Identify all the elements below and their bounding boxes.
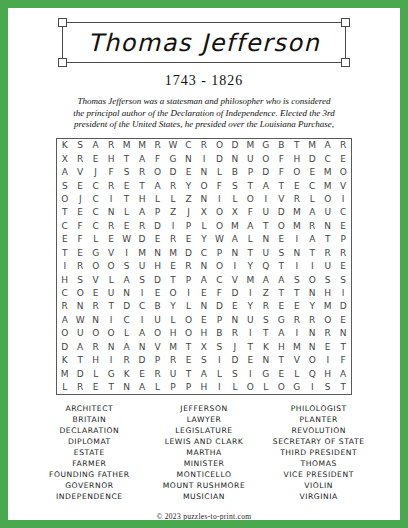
grid-cell-r8c7[interactable]: E [150, 233, 165, 246]
grid-cell-r5c6[interactable]: H [134, 192, 149, 205]
grid-cell-r10c4[interactable]: O [103, 259, 118, 272]
grid-cell-r5c12[interactable]: L [227, 192, 242, 205]
grid-cell-r4c2[interactable]: E [72, 179, 87, 192]
grid-cell-r9c10[interactable]: C [196, 246, 211, 259]
grid-cell-r4c7[interactable]: A [150, 179, 165, 192]
grid-cell-r2c11[interactable]: D [212, 152, 227, 165]
grid-cell-r16c2[interactable]: A [72, 340, 87, 353]
grid-cell-r16c1[interactable]: D [57, 340, 72, 353]
grid-cell-r13c5[interactable]: D [119, 300, 134, 313]
grid-cell-r17c3[interactable]: H [88, 354, 103, 367]
grid-cell-r13c4[interactable]: T [103, 300, 118, 313]
grid-cell-r10c16[interactable]: I [289, 259, 304, 272]
grid-cell-r18c15[interactable]: E [274, 367, 289, 380]
grid-cell-r13c7[interactable]: B [150, 300, 165, 313]
grid-cell-r2c4[interactable]: H [103, 152, 118, 165]
grid-cell-r13c15[interactable]: E [274, 300, 289, 313]
grid-cell-r15c18[interactable]: R [320, 327, 335, 340]
grid-cell-r14c5[interactable]: C [119, 313, 134, 326]
grid-cell-r10c6[interactable]: U [134, 259, 149, 272]
grid-cell-r14c18[interactable]: O [320, 313, 335, 326]
grid-cell-r7c12[interactable]: M [227, 219, 242, 232]
grid-cell-r14c16[interactable]: R [289, 313, 304, 326]
grid-cell-r11c11[interactable]: C [212, 273, 227, 286]
grid-cell-r17c11[interactable]: I [212, 354, 227, 367]
grid-cell-r8c5[interactable]: W [119, 233, 134, 246]
grid-cell-r2c19[interactable]: E [335, 152, 350, 165]
grid-cell-r14c8[interactable]: L [165, 313, 180, 326]
grid-cell-r15c2[interactable]: U [72, 327, 87, 340]
grid-cell-r6c3[interactable]: C [88, 206, 103, 219]
grid-cell-r12c8[interactable]: O [165, 286, 180, 299]
grid-cell-r12c11[interactable]: F [212, 286, 227, 299]
grid-cell-r12c12[interactable]: D [227, 286, 242, 299]
grid-cell-r16c3[interactable]: R [88, 340, 103, 353]
grid-cell-r2c16[interactable]: H [289, 152, 304, 165]
grid-cell-r8c18[interactable]: T [320, 233, 335, 246]
grid-cell-r6c9[interactable]: J [181, 206, 196, 219]
grid-cell-r13c18[interactable]: M [320, 300, 335, 313]
grid-cell-r12c15[interactable]: T [274, 286, 289, 299]
grid-cell-r7c10[interactable]: L [196, 219, 211, 232]
grid-cell-r15c8[interactable]: H [165, 327, 180, 340]
grid-cell-r4c10[interactable]: O [196, 179, 211, 192]
grid-cell-r18c18[interactable]: H [320, 367, 335, 380]
grid-cell-r3c6[interactable]: R [134, 165, 149, 178]
grid-cell-r15c12[interactable]: R [227, 327, 242, 340]
grid-cell-r11c1[interactable]: H [57, 273, 72, 286]
grid-cell-r14c4[interactable]: I [103, 313, 118, 326]
grid-cell-r6c8[interactable]: Z [165, 206, 180, 219]
grid-cell-r8c3[interactable]: L [88, 233, 103, 246]
grid-cell-r15c7[interactable]: O [150, 327, 165, 340]
grid-cell-r18c7[interactable]: R [150, 367, 165, 380]
grid-cell-r1c8[interactable]: W [165, 139, 180, 152]
grid-cell-r19c15[interactable]: O [274, 380, 289, 393]
grid-cell-r11c18[interactable]: S [320, 273, 335, 286]
grid-cell-r8c15[interactable]: E [274, 233, 289, 246]
grid-cell-r6c2[interactable]: E [72, 206, 87, 219]
grid-cell-r7c4[interactable]: R [103, 219, 118, 232]
grid-cell-r10c12[interactable]: I [227, 259, 242, 272]
grid-cell-r1c4[interactable]: R [103, 139, 118, 152]
grid-cell-r19c12[interactable]: L [227, 380, 242, 393]
grid-cell-r17c14[interactable]: N [258, 354, 273, 367]
grid-cell-r6c11[interactable]: O [212, 206, 227, 219]
grid-cell-r7c2[interactable]: F [72, 219, 87, 232]
grid-cell-r16c9[interactable]: T [181, 340, 196, 353]
grid-cell-r5c18[interactable]: O [320, 192, 335, 205]
grid-cell-r14c2[interactable]: W [72, 313, 87, 326]
grid-cell-r16c8[interactable]: M [165, 340, 180, 353]
grid-cell-r3c2[interactable]: V [72, 165, 87, 178]
grid-cell-r11c3[interactable]: V [88, 273, 103, 286]
grid-cell-r19c13[interactable]: O [243, 380, 258, 393]
grid-cell-r7c3[interactable]: C [88, 219, 103, 232]
grid-cell-r8c1[interactable]: E [57, 233, 72, 246]
grid-cell-r16c11[interactable]: S [212, 340, 227, 353]
grid-cell-r15c19[interactable]: N [335, 327, 350, 340]
grid-cell-r5c11[interactable]: I [212, 192, 227, 205]
grid-cell-r15c5[interactable]: L [119, 327, 134, 340]
grid-cell-r16c6[interactable]: N [134, 340, 149, 353]
grid-cell-r3c14[interactable]: D [258, 165, 273, 178]
grid-cell-r7c6[interactable]: R [134, 219, 149, 232]
grid-cell-r2c15[interactable]: F [274, 152, 289, 165]
grid-cell-r3c15[interactable]: F [274, 165, 289, 178]
grid-cell-r1c14[interactable]: G [258, 139, 273, 152]
grid-cell-r4c5[interactable]: E [119, 179, 134, 192]
grid-cell-r17c19[interactable]: F [335, 354, 350, 367]
grid-cell-r14c10[interactable]: E [196, 313, 211, 326]
grid-cell-r14c11[interactable]: P [212, 313, 227, 326]
grid-cell-r19c11[interactable]: I [212, 380, 227, 393]
grid-cell-r13c12[interactable]: E [227, 300, 242, 313]
grid-cell-r10c9[interactable]: R [181, 259, 196, 272]
grid-cell-r4c17[interactable]: C [305, 179, 320, 192]
grid-cell-r14c13[interactable]: U [243, 313, 258, 326]
grid-cell-r9c18[interactable]: R [320, 246, 335, 259]
grid-cell-r11c15[interactable]: A [274, 273, 289, 286]
grid-cell-r14c12[interactable]: N [227, 313, 242, 326]
grid-cell-r6c7[interactable]: P [150, 206, 165, 219]
grid-cell-r2c7[interactable]: F [150, 152, 165, 165]
grid-cell-r13c6[interactable]: C [134, 300, 149, 313]
grid-cell-r8c4[interactable]: E [103, 233, 118, 246]
grid-cell-r9c15[interactable]: S [274, 246, 289, 259]
grid-cell-r17c15[interactable]: T [274, 354, 289, 367]
grid-cell-r9c9[interactable]: D [181, 246, 196, 259]
grid-cell-r9c12[interactable]: N [227, 246, 242, 259]
grid-cell-r8c2[interactable]: F [72, 233, 87, 246]
grid-cell-r19c18[interactable]: S [320, 380, 335, 393]
grid-cell-r17c4[interactable]: I [103, 354, 118, 367]
grid-cell-r10c14[interactable]: Q [258, 259, 273, 272]
grid-cell-r12c7[interactable]: E [150, 286, 165, 299]
grid-cell-r5c17[interactable]: L [305, 192, 320, 205]
grid-cell-r16c5[interactable]: A [119, 340, 134, 353]
grid-cell-r19c9[interactable]: P [181, 380, 196, 393]
grid-cell-r17c7[interactable]: P [150, 354, 165, 367]
grid-cell-r15c6[interactable]: A [134, 327, 149, 340]
grid-cell-r1c17[interactable]: M [305, 139, 320, 152]
grid-cell-r19c10[interactable]: H [196, 380, 211, 393]
grid-cell-r14c19[interactable]: E [335, 313, 350, 326]
grid-cell-r5c9[interactable]: Z [181, 192, 196, 205]
grid-cell-r18c3[interactable]: L [88, 367, 103, 380]
grid-cell-r3c17[interactable]: E [305, 165, 320, 178]
grid-cell-r19c16[interactable]: G [289, 380, 304, 393]
grid-cell-r13c8[interactable]: Y [165, 300, 180, 313]
grid-cell-r3c4[interactable]: F [103, 165, 118, 178]
grid-cell-r9c11[interactable]: P [212, 246, 227, 259]
grid-cell-r4c19[interactable]: V [335, 179, 350, 192]
grid-cell-r2c17[interactable]: D [305, 152, 320, 165]
grid-cell-r4c16[interactable]: E [289, 179, 304, 192]
grid-cell-r2c8[interactable]: G [165, 152, 180, 165]
grid-cell-r14c14[interactable]: S [258, 313, 273, 326]
grid-cell-r9c3[interactable]: G [88, 246, 103, 259]
grid-cell-r18c8[interactable]: U [165, 367, 180, 380]
grid-cell-r1c10[interactable]: R [196, 139, 211, 152]
grid-cell-r11c14[interactable]: A [258, 273, 273, 286]
grid-cell-r9c17[interactable]: T [305, 246, 320, 259]
grid-cell-r3c7[interactable]: O [150, 165, 165, 178]
grid-cell-r14c1[interactable]: A [57, 313, 72, 326]
grid-cell-r4c1[interactable]: S [57, 179, 72, 192]
grid-cell-r8c11[interactable]: W [212, 233, 227, 246]
grid-cell-r6c4[interactable]: N [103, 206, 118, 219]
grid-cell-r8c19[interactable]: P [335, 233, 350, 246]
grid-cell-r4c11[interactable]: F [212, 179, 227, 192]
grid-cell-r4c18[interactable]: M [320, 179, 335, 192]
grid-cell-r5c4[interactable]: I [103, 192, 118, 205]
grid-cell-r10c11[interactable]: O [212, 259, 227, 272]
grid-cell-r12c13[interactable]: I [243, 286, 258, 299]
grid-cell-r18c1[interactable]: M [57, 367, 72, 380]
grid-cell-r4c3[interactable]: C [88, 179, 103, 192]
grid-cell-r10c8[interactable]: E [165, 259, 180, 272]
grid-cell-r19c17[interactable]: I [305, 380, 320, 393]
grid-cell-r8c10[interactable]: Y [196, 233, 211, 246]
grid-cell-r9c16[interactable]: N [289, 246, 304, 259]
grid-cell-r16c7[interactable]: V [150, 340, 165, 353]
grid-cell-r10c3[interactable]: O [88, 259, 103, 272]
grid-cell-r17c9[interactable]: E [181, 354, 196, 367]
grid-cell-r6c13[interactable]: F [243, 206, 258, 219]
grid-cell-r19c7[interactable]: L [150, 380, 165, 393]
grid-cell-r3c3[interactable]: J [88, 165, 103, 178]
grid-cell-r1c11[interactable]: O [212, 139, 227, 152]
grid-cell-r2c9[interactable]: N [181, 152, 196, 165]
grid-cell-r4c4[interactable]: R [103, 179, 118, 192]
grid-cell-r7c16[interactable]: M [289, 219, 304, 232]
grid-cell-r4c15[interactable]: T [274, 179, 289, 192]
grid-cell-r13c2[interactable]: N [72, 300, 87, 313]
grid-cell-r12c16[interactable]: T [289, 286, 304, 299]
grid-cell-r9c7[interactable]: N [150, 246, 165, 259]
grid-cell-r14c17[interactable]: R [305, 313, 320, 326]
grid-cell-r10c1[interactable]: I [57, 259, 72, 272]
grid-cell-r16c4[interactable]: N [103, 340, 118, 353]
grid-cell-r17c18[interactable]: I [320, 354, 335, 367]
grid-cell-r15c16[interactable]: I [289, 327, 304, 340]
grid-cell-r19c2[interactable]: R [72, 380, 87, 393]
grid-cell-r12c10[interactable]: E [196, 286, 211, 299]
grid-cell-r16c10[interactable]: X [196, 340, 211, 353]
grid-cell-r5c7[interactable]: L [150, 192, 165, 205]
grid-cell-r8c8[interactable]: R [165, 233, 180, 246]
grid-cell-r6c5[interactable]: L [119, 206, 134, 219]
grid-cell-r11c16[interactable]: S [289, 273, 304, 286]
grid-cell-r1c12[interactable]: D [227, 139, 242, 152]
grid-cell-r11c17[interactable]: O [305, 273, 320, 286]
grid-cell-r12c6[interactable]: I [134, 286, 149, 299]
grid-cell-r13c9[interactable]: L [181, 300, 196, 313]
grid-cell-r9c6[interactable]: M [134, 246, 149, 259]
grid-cell-r17c10[interactable]: S [196, 354, 211, 367]
grid-cell-r16c16[interactable]: M [289, 340, 304, 353]
grid-cell-r19c14[interactable]: L [258, 380, 273, 393]
grid-cell-r15c17[interactable]: N [305, 327, 320, 340]
grid-cell-r12c14[interactable]: Z [258, 286, 273, 299]
grid-cell-r18c6[interactable]: E [134, 367, 149, 380]
grid-cell-r7c11[interactable]: O [212, 219, 227, 232]
grid-cell-r18c14[interactable]: G [258, 367, 273, 380]
grid-cell-r13c19[interactable]: D [335, 300, 350, 313]
grid-cell-r4c13[interactable]: T [243, 179, 258, 192]
grid-cell-r1c7[interactable]: R [150, 139, 165, 152]
grid-cell-r19c4[interactable]: T [103, 380, 118, 393]
grid-cell-r12c5[interactable]: N [119, 286, 134, 299]
grid-cell-r6c19[interactable]: C [335, 206, 350, 219]
grid-cell-r17c8[interactable]: R [165, 354, 180, 367]
grid-cell-r15c11[interactable]: B [212, 327, 227, 340]
grid-cell-r6c14[interactable]: U [258, 206, 273, 219]
grid-cell-r6c18[interactable]: U [320, 206, 335, 219]
grid-cell-r3c1[interactable]: A [57, 165, 72, 178]
grid-cell-r11c19[interactable]: S [335, 273, 350, 286]
grid-cell-r8c6[interactable]: D [134, 233, 149, 246]
grid-cell-r19c3[interactable]: E [88, 380, 103, 393]
grid-cell-r5c3[interactable]: C [88, 192, 103, 205]
grid-cell-r9c19[interactable]: R [335, 246, 350, 259]
grid-cell-r18c12[interactable]: S [227, 367, 242, 380]
grid-cell-r15c4[interactable]: O [103, 327, 118, 340]
grid-cell-r7c5[interactable]: E [119, 219, 134, 232]
grid-cell-r15c13[interactable]: I [243, 327, 258, 340]
grid-cell-r16c14[interactable]: K [258, 340, 273, 353]
grid-cell-r3c16[interactable]: O [289, 165, 304, 178]
grid-cell-r3c10[interactable]: N [196, 165, 211, 178]
grid-cell-r9c2[interactable]: E [72, 246, 87, 259]
grid-cell-r7c15[interactable]: O [274, 219, 289, 232]
grid-cell-r17c2[interactable]: T [72, 354, 87, 367]
grid-cell-r7c18[interactable]: N [320, 219, 335, 232]
grid-cell-r6c6[interactable]: A [134, 206, 149, 219]
grid-cell-r2c3[interactable]: E [88, 152, 103, 165]
grid-cell-r7c17[interactable]: R [305, 219, 320, 232]
grid-cell-r1c9[interactable]: C [181, 139, 196, 152]
grid-cell-r1c15[interactable]: B [274, 139, 289, 152]
grid-cell-r2c5[interactable]: T [119, 152, 134, 165]
grid-cell-r19c19[interactable]: T [335, 380, 350, 393]
grid-cell-r17c16[interactable]: V [289, 354, 304, 367]
grid-cell-r15c14[interactable]: T [258, 327, 273, 340]
grid-cell-r13c11[interactable]: D [212, 300, 227, 313]
grid-cell-r5c8[interactable]: L [165, 192, 180, 205]
grid-cell-r16c12[interactable]: J [227, 340, 242, 353]
grid-cell-r1c5[interactable]: M [119, 139, 134, 152]
grid-cell-r10c10[interactable]: N [196, 259, 211, 272]
grid-cell-r9c5[interactable]: I [119, 246, 134, 259]
grid-cell-r18c5[interactable]: K [119, 367, 134, 380]
grid-cell-r10c17[interactable]: I [305, 259, 320, 272]
grid-cell-r9c4[interactable]: V [103, 246, 118, 259]
grid-cell-r12c18[interactable]: H [320, 286, 335, 299]
grid-cell-r2c10[interactable]: I [196, 152, 211, 165]
grid-cell-r5c15[interactable]: V [274, 192, 289, 205]
grid-cell-r6c15[interactable]: D [274, 206, 289, 219]
grid-cell-r11c4[interactable]: L [103, 273, 118, 286]
grid-cell-r18c17[interactable]: Q [305, 367, 320, 380]
grid-cell-r5c16[interactable]: R [289, 192, 304, 205]
grid-cell-r18c9[interactable]: T [181, 367, 196, 380]
grid-cell-r14c6[interactable]: I [134, 313, 149, 326]
grid-cell-r12c2[interactable]: O [72, 286, 87, 299]
grid-cell-r9c1[interactable]: T [57, 246, 72, 259]
grid-cell-r19c1[interactable]: L [57, 380, 72, 393]
grid-cell-r12c19[interactable]: I [335, 286, 350, 299]
grid-cell-r1c2[interactable]: S [72, 139, 87, 152]
grid-cell-r6c17[interactable]: A [305, 206, 320, 219]
grid-cell-r1c18[interactable]: A [320, 139, 335, 152]
grid-cell-r10c18[interactable]: U [320, 259, 335, 272]
grid-cell-r8c16[interactable]: I [289, 233, 304, 246]
grid-cell-r6c1[interactable]: T [57, 206, 72, 219]
grid-cell-r10c5[interactable]: S [119, 259, 134, 272]
grid-cell-r9c8[interactable]: M [165, 246, 180, 259]
grid-cell-r9c13[interactable]: T [243, 246, 258, 259]
grid-cell-r8c14[interactable]: N [258, 233, 273, 246]
grid-cell-r11c2[interactable]: S [72, 273, 87, 286]
grid-cell-r4c9[interactable]: Y [181, 179, 196, 192]
grid-cell-r7c13[interactable]: A [243, 219, 258, 232]
grid-cell-r17c13[interactable]: E [243, 354, 258, 367]
grid-cell-r7c1[interactable]: C [57, 219, 72, 232]
grid-cell-r8c17[interactable]: A [305, 233, 320, 246]
grid-cell-r8c13[interactable]: L [243, 233, 258, 246]
grid-cell-r18c16[interactable]: L [289, 367, 304, 380]
grid-cell-r16c18[interactable]: E [320, 340, 335, 353]
grid-cell-r18c4[interactable]: G [103, 367, 118, 380]
grid-cell-r3c9[interactable]: E [181, 165, 196, 178]
grid-cell-r2c18[interactable]: C [320, 152, 335, 165]
grid-cell-r12c4[interactable]: U [103, 286, 118, 299]
grid-cell-r8c9[interactable]: E [181, 233, 196, 246]
grid-cell-r2c14[interactable]: O [258, 152, 273, 165]
grid-cell-r12c17[interactable]: N [305, 286, 320, 299]
grid-cell-r7c14[interactable]: T [258, 219, 273, 232]
grid-cell-r7c19[interactable]: E [335, 219, 350, 232]
grid-cell-r11c5[interactable]: A [119, 273, 134, 286]
grid-cell-r13c14[interactable]: R [258, 300, 273, 313]
grid-cell-r15c15[interactable]: A [274, 327, 289, 340]
grid-cell-r11c10[interactable]: A [196, 273, 211, 286]
grid-cell-r14c7[interactable]: U [150, 313, 165, 326]
grid-cell-r17c5[interactable]: R [119, 354, 134, 367]
grid-cell-r4c6[interactable]: T [134, 179, 149, 192]
grid-cell-r18c19[interactable]: A [335, 367, 350, 380]
grid-cell-r16c15[interactable]: H [274, 340, 289, 353]
grid-cell-r13c17[interactable]: Y [305, 300, 320, 313]
grid-cell-r9c14[interactable]: U [258, 246, 273, 259]
grid-cell-r3c13[interactable]: P [243, 165, 258, 178]
grid-cell-r3c5[interactable]: S [119, 165, 134, 178]
grid-cell-r4c12[interactable]: S [227, 179, 242, 192]
grid-cell-r16c17[interactable]: N [305, 340, 320, 353]
grid-cell-r11c13[interactable]: M [243, 273, 258, 286]
grid-cell-r10c13[interactable]: Y [243, 259, 258, 272]
grid-cell-r5c13[interactable]: O [243, 192, 258, 205]
grid-cell-r17c17[interactable]: O [305, 354, 320, 367]
grid-cell-r16c19[interactable]: T [335, 340, 350, 353]
grid-cell-r18c13[interactable]: I [243, 367, 258, 380]
grid-cell-r6c10[interactable]: X [196, 206, 211, 219]
grid-cell-r7c8[interactable]: I [165, 219, 180, 232]
grid-cell-r1c6[interactable]: M [134, 139, 149, 152]
grid-cell-r10c2[interactable]: R [72, 259, 87, 272]
